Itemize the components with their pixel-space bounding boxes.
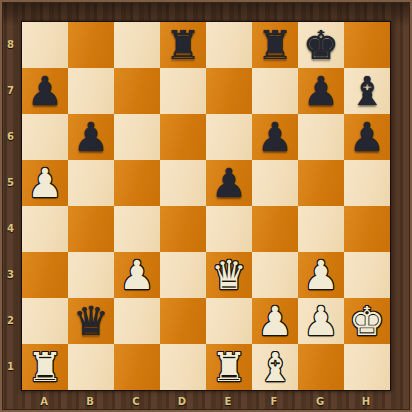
square-g1[interactable] <box>298 344 344 390</box>
square-f6[interactable]: ♟ <box>252 114 298 160</box>
piece-black-pawn-g7[interactable]: ♟ <box>303 68 339 114</box>
file-label-h: H <box>343 390 389 412</box>
square-c8[interactable] <box>114 22 160 68</box>
square-h5[interactable] <box>344 160 390 206</box>
piece-black-bishop-h7[interactable]: ♝ <box>349 68 385 114</box>
piece-white-rook-a1[interactable]: ♜ <box>27 344 63 390</box>
square-g7[interactable]: ♟ <box>298 68 344 114</box>
square-f8[interactable]: ♜ <box>252 22 298 68</box>
square-b3[interactable] <box>68 252 114 298</box>
square-g2[interactable]: ♟ <box>298 298 344 344</box>
square-e7[interactable] <box>206 68 252 114</box>
chess-board-frame: 87654321 ABCDEFGH ♜♜♚♟♟♝♟♟♟♟♟♟♛♟♛♟♟♚♜♜♝ <box>0 0 412 412</box>
rank-label-2: 2 <box>0 297 21 343</box>
square-e5[interactable]: ♟ <box>206 160 252 206</box>
square-e1[interactable]: ♜ <box>206 344 252 390</box>
square-d5[interactable] <box>160 160 206 206</box>
square-b5[interactable] <box>68 160 114 206</box>
piece-white-rook-e1[interactable]: ♜ <box>211 344 247 390</box>
piece-black-king-g8[interactable]: ♚ <box>303 22 339 68</box>
chess-board: ♜♜♚♟♟♝♟♟♟♟♟♟♛♟♛♟♟♚♜♜♝ <box>21 21 391 391</box>
square-e8[interactable] <box>206 22 252 68</box>
square-e6[interactable] <box>206 114 252 160</box>
square-a2[interactable] <box>22 298 68 344</box>
square-c3[interactable]: ♟ <box>114 252 160 298</box>
rank-label-4: 4 <box>0 205 21 251</box>
square-d4[interactable] <box>160 206 206 252</box>
file-label-b: B <box>67 390 113 412</box>
square-g8[interactable]: ♚ <box>298 22 344 68</box>
square-g3[interactable]: ♟ <box>298 252 344 298</box>
square-a4[interactable] <box>22 206 68 252</box>
square-d1[interactable] <box>160 344 206 390</box>
square-d3[interactable] <box>160 252 206 298</box>
square-d7[interactable] <box>160 68 206 114</box>
piece-black-pawn-b6[interactable]: ♟ <box>73 114 109 160</box>
square-a5[interactable]: ♟ <box>22 160 68 206</box>
piece-black-queen-b2[interactable]: ♛ <box>73 298 109 344</box>
square-h1[interactable] <box>344 344 390 390</box>
square-h6[interactable]: ♟ <box>344 114 390 160</box>
piece-white-king-h2[interactable]: ♚ <box>349 298 385 344</box>
piece-white-queen-e3[interactable]: ♛ <box>211 252 247 298</box>
square-c2[interactable] <box>114 298 160 344</box>
square-g6[interactable] <box>298 114 344 160</box>
square-g4[interactable] <box>298 206 344 252</box>
rank-label-1: 1 <box>0 343 21 389</box>
square-b1[interactable] <box>68 344 114 390</box>
piece-black-pawn-h6[interactable]: ♟ <box>349 114 385 160</box>
file-label-e: E <box>205 390 251 412</box>
square-c5[interactable] <box>114 160 160 206</box>
file-label-c: C <box>113 390 159 412</box>
square-c7[interactable] <box>114 68 160 114</box>
square-a7[interactable]: ♟ <box>22 68 68 114</box>
square-f4[interactable] <box>252 206 298 252</box>
rank-label-7: 7 <box>0 67 21 113</box>
square-h2[interactable]: ♚ <box>344 298 390 344</box>
file-labels: ABCDEFGH <box>21 390 389 412</box>
square-d8[interactable]: ♜ <box>160 22 206 68</box>
rank-label-3: 3 <box>0 251 21 297</box>
square-f2[interactable]: ♟ <box>252 298 298 344</box>
file-label-a: A <box>21 390 67 412</box>
piece-white-pawn-g3[interactable]: ♟ <box>303 252 339 298</box>
file-label-d: D <box>159 390 205 412</box>
square-a1[interactable]: ♜ <box>22 344 68 390</box>
square-e3[interactable]: ♛ <box>206 252 252 298</box>
piece-black-rook-f8[interactable]: ♜ <box>257 22 293 68</box>
square-h8[interactable] <box>344 22 390 68</box>
square-a6[interactable] <box>22 114 68 160</box>
square-a8[interactable] <box>22 22 68 68</box>
piece-black-pawn-a7[interactable]: ♟ <box>27 68 63 114</box>
square-b4[interactable] <box>68 206 114 252</box>
square-g5[interactable] <box>298 160 344 206</box>
piece-white-pawn-c3[interactable]: ♟ <box>119 252 155 298</box>
file-label-g: G <box>297 390 343 412</box>
square-d2[interactable] <box>160 298 206 344</box>
piece-black-pawn-f6[interactable]: ♟ <box>257 114 293 160</box>
square-e4[interactable] <box>206 206 252 252</box>
square-e2[interactable] <box>206 298 252 344</box>
square-b8[interactable] <box>68 22 114 68</box>
file-label-f: F <box>251 390 297 412</box>
piece-black-rook-d8[interactable]: ♜ <box>165 22 201 68</box>
square-c1[interactable] <box>114 344 160 390</box>
square-a3[interactable] <box>22 252 68 298</box>
square-f3[interactable] <box>252 252 298 298</box>
square-c4[interactable] <box>114 206 160 252</box>
piece-white-pawn-f2[interactable]: ♟ <box>257 298 293 344</box>
piece-black-pawn-e5[interactable]: ♟ <box>211 160 247 206</box>
square-b6[interactable]: ♟ <box>68 114 114 160</box>
square-h3[interactable] <box>344 252 390 298</box>
rank-labels: 87654321 <box>0 21 21 389</box>
rank-label-5: 5 <box>0 159 21 205</box>
square-h7[interactable]: ♝ <box>344 68 390 114</box>
square-f5[interactable] <box>252 160 298 206</box>
rank-label-6: 6 <box>0 113 21 159</box>
square-d6[interactable] <box>160 114 206 160</box>
piece-white-pawn-g2[interactable]: ♟ <box>303 298 339 344</box>
square-f1[interactable]: ♝ <box>252 344 298 390</box>
piece-white-bishop-f1[interactable]: ♝ <box>257 344 293 390</box>
square-b7[interactable] <box>68 68 114 114</box>
piece-white-pawn-a5[interactable]: ♟ <box>27 160 63 206</box>
square-c6[interactable] <box>114 114 160 160</box>
square-b2[interactable]: ♛ <box>68 298 114 344</box>
rank-label-8: 8 <box>0 21 21 67</box>
square-f7[interactable] <box>252 68 298 114</box>
square-h4[interactable] <box>344 206 390 252</box>
